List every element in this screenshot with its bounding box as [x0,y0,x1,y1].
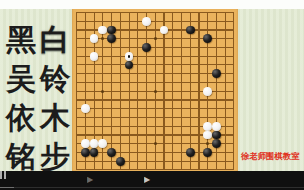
black-stone[interactable] [107,148,116,157]
white-stone-last-move[interactable] [125,52,134,61]
star-point [101,37,104,40]
black-name-char-1: 吴 [3,59,39,98]
black-stone[interactable] [186,148,195,157]
star-point [154,37,157,40]
black-stone[interactable] [107,26,116,35]
black-stone[interactable] [125,61,134,70]
white-stone[interactable] [81,104,90,113]
black-stone[interactable] [212,139,221,148]
black-stone[interactable] [142,43,151,52]
watermark-text: 徐老师围棋教室 [241,152,300,162]
white-stone[interactable] [90,139,99,148]
white-stone[interactable] [203,131,212,140]
black-role-label: 黑 [3,20,39,59]
white-name-char-2: 木 [39,98,71,137]
go-board[interactable] [72,8,238,172]
white-stone[interactable] [98,26,107,35]
black-stone[interactable] [107,34,116,43]
star-point [101,90,104,93]
white-stone[interactable] [212,122,221,131]
white-stone[interactable] [90,52,99,61]
progress-fill [0,187,14,189]
white-stone[interactable] [81,139,90,148]
last-move-marker [128,55,131,58]
white-stone[interactable] [98,139,107,148]
white-player-column: 白 铃 木 步 [39,20,71,176]
play-icon-left[interactable]: ▶ [87,176,93,184]
video-frame: 黑 吴 依 铭 白 铃 木 步 徐老师围棋教室 ▶ ▶ [0,0,304,190]
white-stone[interactable] [142,17,151,26]
black-stone[interactable] [212,69,221,78]
star-point [154,90,157,93]
white-stone[interactable] [203,87,212,96]
players-panel: 黑 吴 依 铭 白 铃 木 步 [0,9,72,171]
white-stone[interactable] [203,122,212,131]
black-player-column: 黑 吴 依 铭 [3,20,39,176]
black-stone[interactable] [186,26,195,35]
black-stone[interactable] [116,157,125,166]
black-stone[interactable] [212,131,221,140]
white-stone[interactable] [160,26,169,35]
play-icon[interactable]: ▶ [144,176,150,184]
go-board-grid[interactable] [76,12,234,170]
black-stone[interactable] [203,34,212,43]
white-stone[interactable] [90,34,99,43]
video-player-bar[interactable]: ▶ ▶ [0,171,304,190]
star-point [206,142,209,145]
black-stone[interactable] [203,148,212,157]
black-stone[interactable] [90,148,99,157]
progress-bar[interactable] [0,187,304,189]
black-stone[interactable] [81,148,90,157]
star-point [154,142,157,145]
white-name-char-1: 铃 [39,59,71,98]
white-role-label: 白 [39,20,71,59]
black-name-char-2: 依 [3,98,39,137]
top-letterbox-strip [0,0,304,9]
